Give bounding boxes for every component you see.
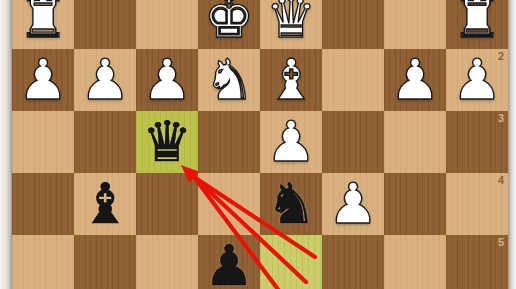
black-pawn-e5[interactable]: ♟: [198, 235, 260, 289]
square-c3[interactable]: [322, 111, 384, 173]
square-g2[interactable]: ♟: [74, 49, 136, 111]
white-pawn-c4[interactable]: ♟: [322, 173, 384, 235]
white-bishop-d2[interactable]: ♝: [260, 49, 322, 111]
white-pawn-g2[interactable]: ♟: [74, 49, 136, 111]
white-knight-e2[interactable]: ♞: [198, 49, 260, 111]
white-pawn-f2[interactable]: ♟: [136, 49, 198, 111]
white-queen-d1[interactable]: ♛: [260, 0, 322, 49]
square-c1[interactable]: [322, 0, 384, 49]
square-f5[interactable]: [136, 235, 198, 289]
square-a4[interactable]: 4: [446, 173, 508, 235]
square-d1[interactable]: ♛: [260, 0, 322, 49]
white-pawn-a2[interactable]: ♟: [446, 49, 508, 111]
square-f4[interactable]: [136, 173, 198, 235]
rank-coordinate-5: 5: [498, 237, 504, 248]
square-a2[interactable]: 2♟: [446, 49, 508, 111]
square-a3[interactable]: 3: [446, 111, 508, 173]
square-g3[interactable]: [74, 111, 136, 173]
square-g1[interactable]: [74, 0, 136, 49]
white-king-e1[interactable]: ♚: [198, 0, 260, 49]
square-d3[interactable]: ♟: [260, 111, 322, 173]
square-g4[interactable]: ♝: [74, 173, 136, 235]
square-a1[interactable]: 1♜: [446, 0, 508, 49]
square-b3[interactable]: [384, 111, 446, 173]
square-c4[interactable]: ♟: [322, 173, 384, 235]
square-d2[interactable]: ♝: [260, 49, 322, 111]
square-h5[interactable]: [12, 235, 74, 289]
square-h1[interactable]: ♜: [12, 0, 74, 49]
square-c2[interactable]: [322, 49, 384, 111]
chess-app-screenshot: ♜♚♛1♜♟♟♟♞♝♟2♟♛♟3♝♞♟4♟5: [0, 0, 516, 289]
white-pawn-d3[interactable]: ♟: [260, 111, 322, 173]
white-pawn-b2[interactable]: ♟: [384, 49, 446, 111]
square-b5[interactable]: [384, 235, 446, 289]
page-background-left-strip: [0, 0, 12, 289]
square-g5[interactable]: [74, 235, 136, 289]
square-d4[interactable]: ♞: [260, 173, 322, 235]
square-e3[interactable]: [198, 111, 260, 173]
white-rook-h1[interactable]: ♜: [12, 0, 74, 49]
rank-coordinate-4: 4: [498, 175, 504, 186]
square-e5[interactable]: ♟: [198, 235, 260, 289]
square-b2[interactable]: ♟: [384, 49, 446, 111]
black-knight-d4[interactable]: ♞: [260, 173, 322, 235]
square-h3[interactable]: [12, 111, 74, 173]
square-f3[interactable]: ♛: [136, 111, 198, 173]
square-a5[interactable]: 5: [446, 235, 508, 289]
square-d5[interactable]: [260, 235, 322, 289]
square-h2[interactable]: ♟: [12, 49, 74, 111]
square-c5[interactable]: [322, 235, 384, 289]
square-f1[interactable]: [136, 0, 198, 49]
square-f2[interactable]: ♟: [136, 49, 198, 111]
white-rook-a1[interactable]: ♜: [446, 0, 508, 49]
black-bishop-g4[interactable]: ♝: [74, 173, 136, 235]
square-h4[interactable]: [12, 173, 74, 235]
white-pawn-h2[interactable]: ♟: [12, 49, 74, 111]
square-b1[interactable]: [384, 0, 446, 49]
square-b4[interactable]: [384, 173, 446, 235]
chess-board: ♜♚♛1♜♟♟♟♞♝♟2♟♛♟3♝♞♟4♟5: [12, 0, 508, 289]
rank-coordinate-3: 3: [498, 113, 504, 124]
square-e4[interactable]: [198, 173, 260, 235]
square-e1[interactable]: ♚: [198, 0, 260, 49]
square-e2[interactable]: ♞: [198, 49, 260, 111]
black-queen-f3[interactable]: ♛: [136, 111, 198, 173]
page-background-right-strip: [508, 0, 516, 289]
